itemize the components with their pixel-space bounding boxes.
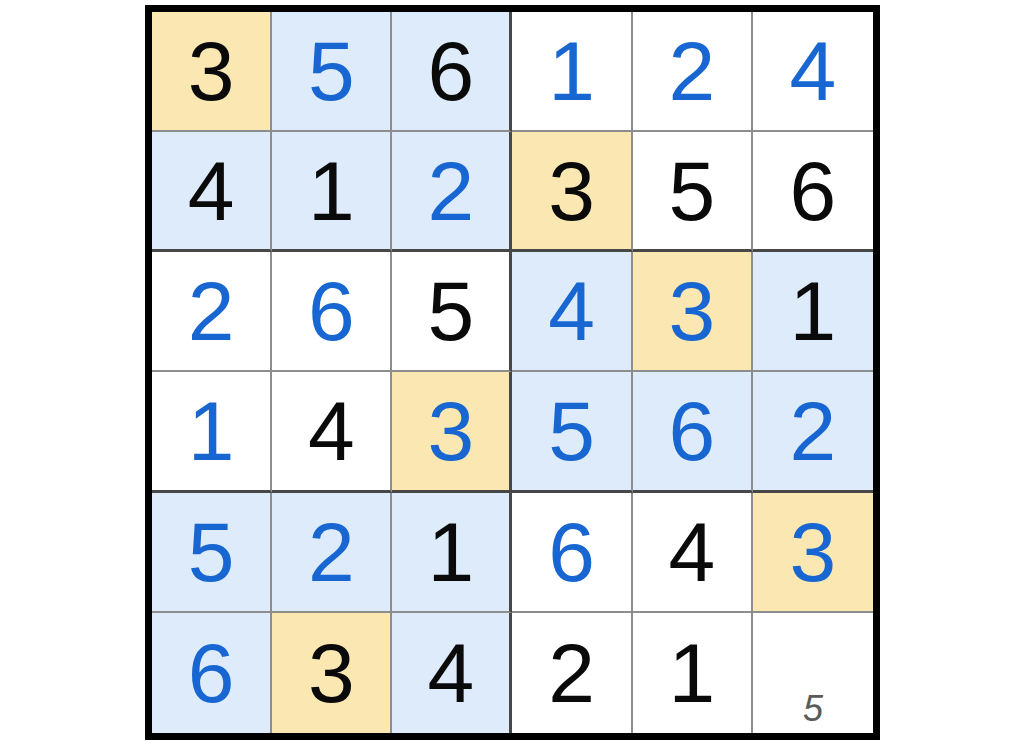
cell-r1c1[interactable]: 3 — [152, 12, 272, 132]
cell-r1c5[interactable]: 2 — [633, 12, 753, 132]
pencil-mark: 5 — [803, 691, 823, 727]
cell-r3c6[interactable]: 1 — [753, 252, 873, 372]
cell-r3c2[interactable]: 6 — [272, 252, 392, 372]
sudoku-board: 356124412356265431143562521643634215 — [145, 5, 880, 740]
cell-r5c5[interactable]: 4 — [633, 493, 753, 613]
cell-r4c2[interactable]: 4 — [272, 372, 392, 492]
cell-r6c3[interactable]: 4 — [392, 613, 512, 733]
cell-r3c1[interactable]: 2 — [152, 252, 272, 372]
cell-r5c6[interactable]: 3 — [753, 493, 873, 613]
cell-r2c2[interactable]: 1 — [272, 132, 392, 252]
cell-r5c1[interactable]: 5 — [152, 493, 272, 613]
cell-r5c4[interactable]: 6 — [512, 493, 632, 613]
cell-r5c3[interactable]: 1 — [392, 493, 512, 613]
cell-r3c5[interactable]: 3 — [633, 252, 753, 372]
sudoku-page: 356124412356265431143562521643634215 — [0, 0, 1024, 750]
cell-r4c4[interactable]: 5 — [512, 372, 632, 492]
cell-r6c5[interactable]: 1 — [633, 613, 753, 733]
cell-r2c5[interactable]: 5 — [633, 132, 753, 252]
cell-r2c6[interactable]: 6 — [753, 132, 873, 252]
cell-r3c3[interactable]: 5 — [392, 252, 512, 372]
cell-r2c4[interactable]: 3 — [512, 132, 632, 252]
cell-r6c1[interactable]: 6 — [152, 613, 272, 733]
cell-r2c1[interactable]: 4 — [152, 132, 272, 252]
cell-r1c4[interactable]: 1 — [512, 12, 632, 132]
cell-r6c6[interactable]: 5 — [753, 613, 873, 733]
cell-r6c4[interactable]: 2 — [512, 613, 632, 733]
cell-r4c5[interactable]: 6 — [633, 372, 753, 492]
cell-r6c2[interactable]: 3 — [272, 613, 392, 733]
cell-r3c4[interactable]: 4 — [512, 252, 632, 372]
cell-r4c3[interactable]: 3 — [392, 372, 512, 492]
cell-r1c2[interactable]: 5 — [272, 12, 392, 132]
cell-r1c6[interactable]: 4 — [753, 12, 873, 132]
cell-r4c6[interactable]: 2 — [753, 372, 873, 492]
cell-r5c2[interactable]: 2 — [272, 493, 392, 613]
cell-r2c3[interactable]: 2 — [392, 132, 512, 252]
cell-r4c1[interactable]: 1 — [152, 372, 272, 492]
cell-r1c3[interactable]: 6 — [392, 12, 512, 132]
